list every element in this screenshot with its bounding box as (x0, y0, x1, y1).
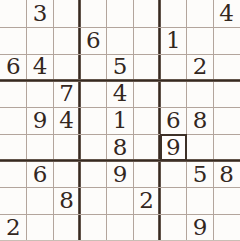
cell-r1c9[interactable]: 4 (213, 0, 240, 27)
cell-r2c4[interactable]: 6 (80, 27, 107, 54)
cell-r2c5[interactable] (107, 27, 134, 54)
cell-r4c8[interactable] (187, 80, 214, 107)
cell-r6c8[interactable] (187, 134, 214, 161)
cell-r1c2[interactable]: 3 (27, 0, 54, 27)
cell-r1c6[interactable] (133, 0, 160, 27)
cell-r6c4[interactable] (80, 134, 107, 161)
cell-r8c8[interactable] (187, 187, 214, 214)
cell-r4c4[interactable] (80, 80, 107, 107)
cell-r1c8[interactable] (187, 0, 214, 27)
cell-r8c1[interactable] (0, 187, 27, 214)
cell-r9c1[interactable]: 2 (0, 214, 27, 241)
cell-r5c1[interactable] (0, 107, 27, 134)
cell-r3c5[interactable]: 5 (107, 54, 134, 81)
cell-r8c6[interactable]: 2 (133, 187, 160, 214)
cell-r4c1[interactable] (0, 80, 27, 107)
cell-r9c6[interactable] (133, 214, 160, 241)
cell-r6c7-selected[interactable]: 9 (160, 134, 187, 161)
cell-r5c4[interactable] (80, 107, 107, 134)
cell-r5c3[interactable]: 4 (53, 107, 80, 134)
cell-r3c9[interactable] (213, 54, 240, 81)
cell-r2c2[interactable] (27, 27, 54, 54)
cell-r6c3[interactable] (53, 134, 80, 161)
cell-r1c4[interactable] (80, 0, 107, 27)
cell-r4c2[interactable] (27, 80, 54, 107)
cell-r7c2[interactable]: 6 (27, 161, 54, 188)
cell-r4c9[interactable] (213, 80, 240, 107)
cell-r4c3[interactable]: 7 (53, 80, 80, 107)
cell-r8c9[interactable] (213, 187, 240, 214)
cell-r2c8[interactable] (187, 27, 214, 54)
cell-r9c7[interactable] (160, 214, 187, 241)
cell-r5c7[interactable]: 6 (160, 107, 187, 134)
cell-r3c6[interactable] (133, 54, 160, 81)
cell-r3c4[interactable] (80, 54, 107, 81)
cell-r8c2[interactable] (27, 187, 54, 214)
cell-r7c8[interactable]: 5 (187, 161, 214, 188)
cell-r7c9[interactable]: 8 (213, 161, 240, 188)
cell-r1c3[interactable] (53, 0, 80, 27)
cell-r6c6[interactable] (133, 134, 160, 161)
cell-r3c8[interactable]: 2 (187, 54, 214, 81)
cell-r2c3[interactable] (53, 27, 80, 54)
cell-r3c7[interactable] (160, 54, 187, 81)
cell-r9c8[interactable]: 9 (187, 214, 214, 241)
cell-r7c5[interactable]: 9 (107, 161, 134, 188)
cell-r7c3[interactable] (53, 161, 80, 188)
cell-r2c9[interactable] (213, 27, 240, 54)
cell-r3c2[interactable]: 4 (27, 54, 54, 81)
cell-r9c4[interactable] (80, 214, 107, 241)
cell-r7c7[interactable] (160, 161, 187, 188)
cell-r3c1[interactable]: 6 (0, 54, 27, 81)
cell-r1c1[interactable] (0, 0, 27, 27)
cell-r5c2[interactable]: 9 (27, 107, 54, 134)
cell-r5c9[interactable] (213, 107, 240, 134)
cell-r6c9[interactable] (213, 134, 240, 161)
cell-r2c1[interactable] (0, 27, 27, 54)
cell-r4c6[interactable] (133, 80, 160, 107)
cell-r9c3[interactable] (53, 214, 80, 241)
cell-r7c6[interactable] (133, 161, 160, 188)
cell-r3c3[interactable] (53, 54, 80, 81)
cell-r8c3[interactable]: 8 (53, 187, 80, 214)
cell-r5c5[interactable]: 1 (107, 107, 134, 134)
cell-r5c6[interactable] (133, 107, 160, 134)
cell-r9c2[interactable] (27, 214, 54, 241)
cell-r9c9[interactable] (213, 214, 240, 241)
cell-r6c2[interactable] (27, 134, 54, 161)
cell-r9c5[interactable] (107, 214, 134, 241)
cell-grid: 3 4 6 1 6 4 5 2 7 4 9 (0, 0, 240, 241)
cell-r2c7[interactable]: 1 (160, 27, 187, 54)
cell-r1c7[interactable] (160, 0, 187, 27)
cell-r5c8[interactable]: 8 (187, 107, 214, 134)
cell-r7c1[interactable] (0, 161, 27, 188)
cell-r4c5[interactable]: 4 (107, 80, 134, 107)
cell-r4c7[interactable] (160, 80, 187, 107)
cell-r6c5[interactable]: 8 (107, 134, 134, 161)
cell-r8c7[interactable] (160, 187, 187, 214)
cell-r8c4[interactable] (80, 187, 107, 214)
cell-r2c6[interactable] (133, 27, 160, 54)
cell-r1c5[interactable] (107, 0, 134, 27)
cell-r6c1[interactable] (0, 134, 27, 161)
cell-r7c4[interactable] (80, 161, 107, 188)
sudoku-board: 3 4 6 1 6 4 5 2 7 4 9 (0, 0, 240, 241)
cell-r8c5[interactable] (107, 187, 134, 214)
